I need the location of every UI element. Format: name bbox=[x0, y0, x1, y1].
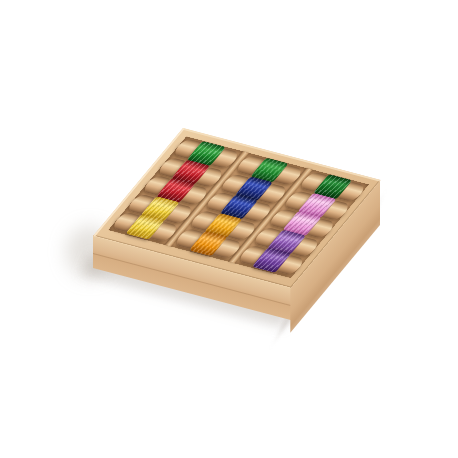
product-photo-stage bbox=[0, 0, 458, 458]
spool-box bbox=[0, 0, 458, 458]
